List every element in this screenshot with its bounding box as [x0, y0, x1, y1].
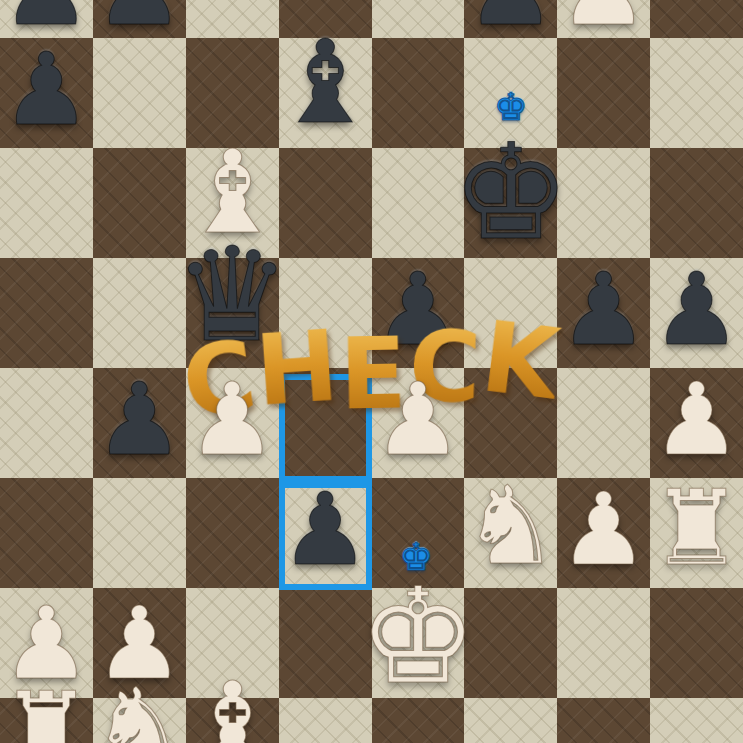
board-square[interactable] [0, 258, 93, 368]
board-square[interactable] [279, 258, 372, 368]
board-square[interactable] [279, 588, 372, 698]
board-square[interactable] [279, 148, 372, 258]
black-pawn[interactable]: ♟ [94, 370, 184, 470]
board-square[interactable] [464, 698, 557, 743]
board-square[interactable] [372, 38, 465, 148]
white-knight[interactable]: ♞ [91, 674, 188, 743]
white-pawn[interactable]: ♟ [652, 370, 742, 470]
black-pawn[interactable]: ♟ [652, 260, 742, 360]
board-square[interactable] [93, 38, 186, 148]
black-pawn[interactable]: ♟ [466, 0, 556, 40]
white-king[interactable]: ♚ [359, 570, 477, 702]
board-square[interactable] [557, 588, 650, 698]
board-square[interactable] [93, 258, 186, 368]
board-square[interactable] [464, 588, 557, 698]
black-queen[interactable]: ♛ [174, 230, 291, 360]
board-square[interactable] [186, 0, 279, 38]
black-pawn[interactable]: ♟ [94, 0, 184, 40]
board-square[interactable] [0, 368, 93, 478]
board-square[interactable] [0, 148, 93, 258]
white-rook[interactable]: ♜ [650, 476, 743, 580]
board-square[interactable] [650, 38, 743, 148]
white-pawn[interactable]: ♟ [187, 370, 277, 470]
black-pawn[interactable]: ♟ [2, 40, 92, 140]
black-pawn[interactable]: ♟ [373, 260, 463, 360]
black-bishop[interactable]: ♝ [274, 25, 377, 140]
board-square[interactable] [650, 148, 743, 258]
board-square[interactable] [279, 698, 372, 743]
board-square[interactable] [557, 38, 650, 148]
board-square[interactable] [464, 368, 557, 478]
board-square[interactable] [372, 148, 465, 258]
king-check-marker-icon: ♚ [494, 88, 528, 126]
board-square[interactable] [93, 478, 186, 588]
white-bishop[interactable]: ♝ [181, 667, 284, 743]
black-pawn[interactable]: ♟ [559, 260, 649, 360]
board-square[interactable] [186, 478, 279, 588]
board-square[interactable] [557, 368, 650, 478]
board-square[interactable] [93, 148, 186, 258]
white-knight[interactable]: ♞ [462, 472, 559, 580]
white-pawn[interactable]: ♟ [559, 480, 649, 580]
board-square[interactable] [650, 698, 743, 743]
board-square[interactable] [557, 698, 650, 743]
white-pawn[interactable]: ♟ [559, 0, 649, 40]
board-square[interactable] [372, 0, 465, 38]
board-square[interactable] [464, 258, 557, 368]
board-square[interactable] [0, 478, 93, 588]
black-king[interactable]: ♚ [452, 126, 570, 258]
white-pawn[interactable]: ♟ [373, 370, 463, 470]
white-rook[interactable]: ♜ [0, 678, 93, 743]
chess-board: ♟♟♟♟♟♝♝♚♛♟♟♟♟♟♟♟♟♞♟♜♟♟♚♜♞♝♚♚ CHECK [0, 0, 743, 743]
board-square[interactable] [650, 0, 743, 38]
last-move-highlight [279, 374, 372, 482]
board-square[interactable] [557, 148, 650, 258]
board-square[interactable] [650, 588, 743, 698]
black-pawn[interactable]: ♟ [280, 480, 370, 580]
